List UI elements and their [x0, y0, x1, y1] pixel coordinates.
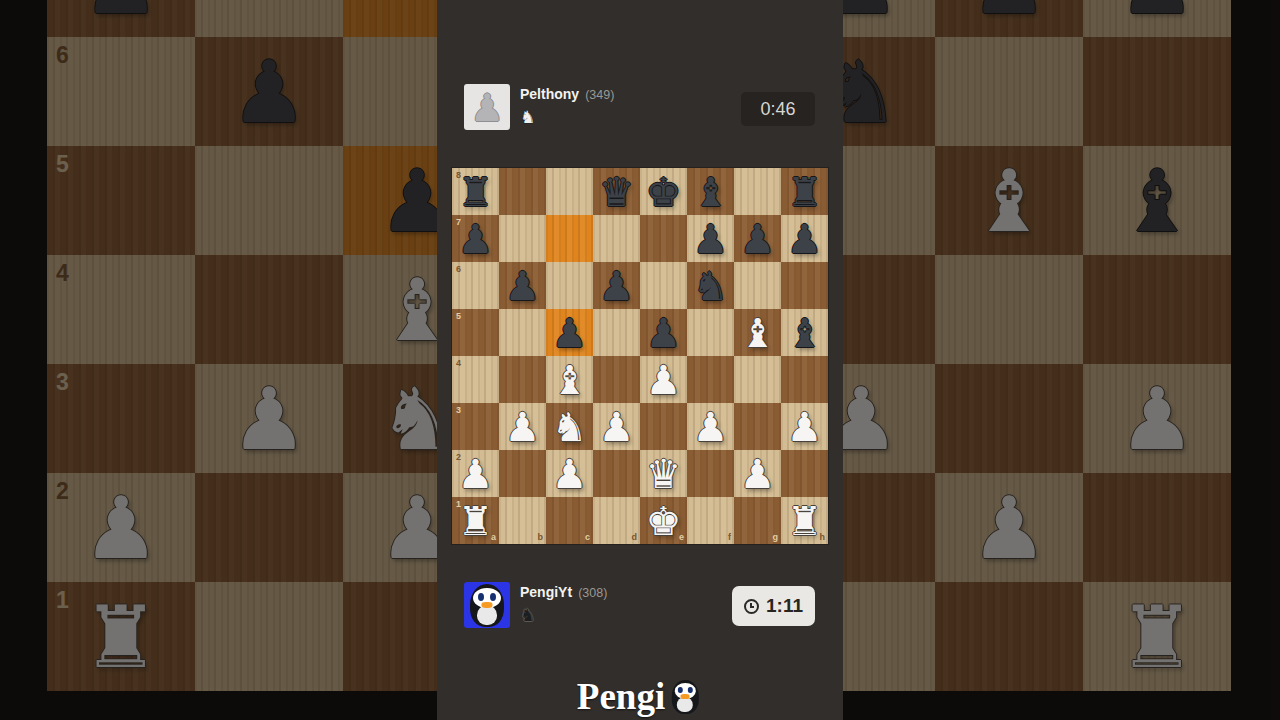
square-g1[interactable]: g [734, 497, 781, 544]
square-e5[interactable]: ♟ [640, 309, 687, 356]
square-c6[interactable] [546, 262, 593, 309]
square-a6[interactable]: 6 [452, 262, 499, 309]
square-f1[interactable]: f [687, 497, 734, 544]
square-a1[interactable]: 1a♜ [452, 497, 499, 544]
square-h2[interactable] [781, 450, 828, 497]
square-h5[interactable]: ♝ [781, 309, 828, 356]
opponent-clock-time: 0:46 [760, 99, 795, 120]
square-e8[interactable]: ♚ [640, 168, 687, 215]
square-g4[interactable] [734, 356, 781, 403]
square-f5[interactable] [687, 309, 734, 356]
square-d8[interactable]: ♛ [593, 168, 640, 215]
square-a8[interactable]: 8♜ [452, 168, 499, 215]
watermark-text: Pengi [577, 678, 665, 715]
square-c4[interactable]: ♝ [546, 356, 593, 403]
square-g5[interactable]: ♝ [734, 309, 781, 356]
square-c2[interactable]: ♟ [546, 450, 593, 497]
opponent-name[interactable]: Pelthony [520, 86, 579, 102]
piece-white-bishop[interactable]: ♝ [546, 356, 593, 403]
rank-label-6: 6 [456, 265, 461, 274]
gray-pawn-avatar-icon: ♟ [470, 89, 504, 127]
square-b6[interactable]: ♟ [499, 262, 546, 309]
piece-black-king[interactable]: ♚ [640, 168, 687, 215]
piece-black-bishop[interactable]: ♝ [687, 168, 734, 215]
square-h1[interactable]: h♜ [781, 497, 828, 544]
square-h3[interactable]: ♟ [781, 403, 828, 450]
square-e7[interactable] [640, 215, 687, 262]
square-b4[interactable] [499, 356, 546, 403]
square-c5[interactable]: ♟ [546, 309, 593, 356]
game-panel: ♟ Pelthony (349) ♞ 0:46 8♜♛♚♝♜7♟♟♟♟6♟♟♞5… [437, 0, 843, 720]
opponent-name-row: Pelthony (349) [520, 86, 614, 102]
square-d3[interactable]: ♟ [593, 403, 640, 450]
square-e1[interactable]: e♚ [640, 497, 687, 544]
square-d6[interactable]: ♟ [593, 262, 640, 309]
player-name-row: PengiYt (308) [520, 584, 607, 600]
square-a4[interactable]: 4 [452, 356, 499, 403]
piece-white-pawn[interactable]: ♟ [593, 403, 640, 450]
square-f6[interactable]: ♞ [687, 262, 734, 309]
file-label-c: c [585, 533, 590, 542]
file-label-b: b [538, 533, 544, 542]
square-d7[interactable] [593, 215, 640, 262]
piece-white-rook[interactable]: ♜ [781, 497, 828, 544]
square-b8[interactable] [499, 168, 546, 215]
square-b1[interactable]: b [499, 497, 546, 544]
piece-white-pawn[interactable]: ♟ [734, 450, 781, 497]
piece-black-rook[interactable]: ♜ [781, 168, 828, 215]
file-label-g: g [773, 533, 779, 542]
watermark: Pengi [572, 678, 708, 720]
square-d4[interactable] [593, 356, 640, 403]
square-d1[interactable]: d [593, 497, 640, 544]
piece-black-pawn[interactable]: ♟ [734, 215, 781, 262]
square-a2[interactable]: 2♟ [452, 450, 499, 497]
square-e4[interactable]: ♟ [640, 356, 687, 403]
square-a3[interactable]: 3 [452, 403, 499, 450]
rank-label-3: 3 [456, 406, 461, 415]
square-e3[interactable] [640, 403, 687, 450]
captured-black-knight-icon: ♞ [520, 605, 535, 625]
piece-black-pawn[interactable]: ♟ [781, 215, 828, 262]
square-b7[interactable] [499, 215, 546, 262]
rank-label-4: 4 [456, 359, 461, 368]
piece-black-pawn[interactable]: ♟ [640, 309, 687, 356]
player-clock-time: 1:11 [766, 595, 803, 617]
square-g3[interactable] [734, 403, 781, 450]
piece-black-pawn[interactable]: ♟ [452, 215, 499, 262]
square-g6[interactable] [734, 262, 781, 309]
square-d2[interactable] [593, 450, 640, 497]
penguin-watermark-icon [667, 679, 703, 715]
square-f7[interactable]: ♟ [687, 215, 734, 262]
square-c1[interactable]: c [546, 497, 593, 544]
player-rating: (308) [578, 586, 607, 600]
square-b3[interactable]: ♟ [499, 403, 546, 450]
piece-white-pawn[interactable]: ♟ [781, 403, 828, 450]
square-g8[interactable] [734, 168, 781, 215]
player-avatar[interactable] [464, 582, 510, 628]
square-h8[interactable]: ♜ [781, 168, 828, 215]
square-b2[interactable] [499, 450, 546, 497]
player-clock: 1:11 [732, 586, 815, 626]
piece-white-pawn[interactable]: ♟ [546, 450, 593, 497]
captured-white-knight-icon: ♞ [520, 107, 535, 127]
piece-black-rook[interactable]: ♜ [452, 168, 499, 215]
piece-white-queen[interactable]: ♛ [640, 450, 687, 497]
piece-black-pawn[interactable]: ♟ [546, 309, 593, 356]
square-g2[interactable]: ♟ [734, 450, 781, 497]
square-a5[interactable]: 5 [452, 309, 499, 356]
square-c7[interactable] [546, 215, 593, 262]
square-f2[interactable] [687, 450, 734, 497]
piece-white-knight[interactable]: ♞ [546, 403, 593, 450]
square-h7[interactable]: ♟ [781, 215, 828, 262]
opponent-avatar[interactable]: ♟ [464, 84, 510, 130]
square-e2[interactable]: ♛ [640, 450, 687, 497]
opponent-rating: (349) [585, 88, 614, 102]
piece-black-bishop[interactable]: ♝ [781, 309, 828, 356]
piece-black-pawn[interactable]: ♟ [499, 262, 546, 309]
piece-white-bishop[interactable]: ♝ [734, 309, 781, 356]
square-c8[interactable] [546, 168, 593, 215]
piece-white-pawn[interactable]: ♟ [687, 403, 734, 450]
opponent-clock: 0:46 [741, 92, 815, 126]
rank-label-5: 5 [456, 312, 461, 321]
square-h4[interactable] [781, 356, 828, 403]
square-g7[interactable]: ♟ [734, 215, 781, 262]
piece-black-pawn[interactable]: ♟ [593, 262, 640, 309]
square-e6[interactable] [640, 262, 687, 309]
clock-icon [744, 599, 759, 614]
piece-black-queen[interactable]: ♛ [593, 168, 640, 215]
square-f3[interactable]: ♟ [687, 403, 734, 450]
piece-white-pawn[interactable]: ♟ [499, 403, 546, 450]
piece-white-pawn[interactable]: ♟ [452, 450, 499, 497]
square-f4[interactable] [687, 356, 734, 403]
square-h6[interactable] [781, 262, 828, 309]
file-label-d: d [632, 533, 638, 542]
piece-white-king[interactable]: ♚ [640, 497, 687, 544]
square-d5[interactable] [593, 309, 640, 356]
file-label-f: f [728, 533, 731, 542]
square-c3[interactable]: ♞ [546, 403, 593, 450]
chess-board[interactable]: 8♜♛♚♝♜7♟♟♟♟6♟♟♞5♟♟♝♝4♝♟3♟♞♟♟♟2♟♟♛♟1a♜bcd… [452, 168, 828, 544]
square-f8[interactable]: ♝ [687, 168, 734, 215]
square-b5[interactable] [499, 309, 546, 356]
piece-white-rook[interactable]: ♜ [452, 497, 499, 544]
piece-black-pawn[interactable]: ♟ [687, 215, 734, 262]
player-name[interactable]: PengiYt [520, 584, 572, 600]
square-a7[interactable]: 7♟ [452, 215, 499, 262]
piece-white-pawn[interactable]: ♟ [640, 356, 687, 403]
piece-black-knight[interactable]: ♞ [687, 262, 734, 309]
